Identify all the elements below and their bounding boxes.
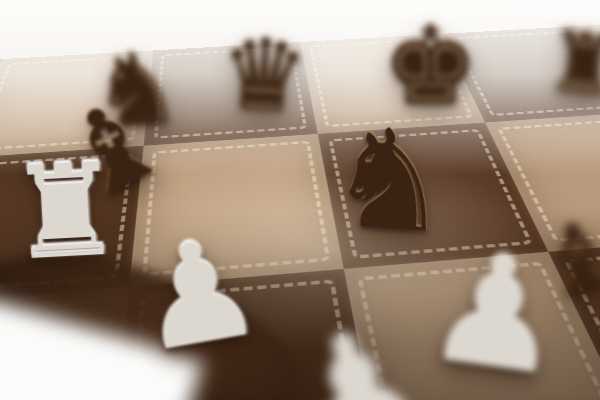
- chess-piece-white-pawn[interactable]: ♟: [418, 229, 574, 398]
- chess-piece-white-rook[interactable]: ♜: [5, 145, 126, 279]
- chess-piece-black-knight[interactable]: ♞: [323, 108, 456, 254]
- chess-piece-white-pawn[interactable]: ♟: [272, 300, 443, 400]
- chess-piece-black-rook[interactable]: ♜: [542, 18, 600, 109]
- chess-piece-black-queen[interactable]: ♛: [217, 24, 310, 126]
- chess-set-photo-scene: ♞♛♚♜♝♜♞♝♟♟♟: [0, 0, 600, 400]
- pieces-layer: ♞♛♚♜♝♜♞♝♟♟♟: [0, 0, 600, 400]
- chess-piece-white-pawn[interactable]: ♟: [125, 216, 271, 373]
